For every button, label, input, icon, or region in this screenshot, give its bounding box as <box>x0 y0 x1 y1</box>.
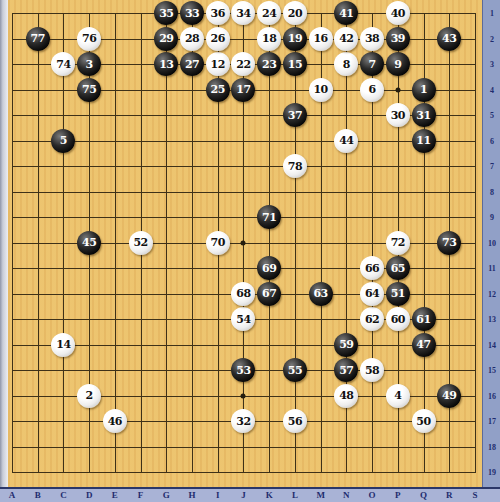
stone-move-number: 52 <box>133 236 147 249</box>
left-edge-strip <box>0 0 8 487</box>
stone-move-number: 9 <box>394 58 401 71</box>
column-label-D: D <box>86 490 93 501</box>
stone-move-number: 39 <box>391 32 405 45</box>
stone-move-number: 12 <box>211 58 225 71</box>
stone-white-60: 60 <box>386 307 410 331</box>
stone-move-number: 44 <box>339 134 353 147</box>
column-label-C: C <box>60 490 67 501</box>
stone-move-number: 8 <box>343 58 350 71</box>
stone-move-number: 23 <box>262 58 276 71</box>
column-label-F: F <box>138 490 144 501</box>
stone-white-44: 44 <box>334 129 358 153</box>
stone-move-number: 50 <box>416 415 430 428</box>
stone-black-37: 37 <box>283 103 307 127</box>
stone-move-number: 16 <box>313 32 327 45</box>
stone-white-48: 48 <box>334 384 358 408</box>
stone-move-number: 15 <box>288 58 302 71</box>
stone-white-56: 56 <box>283 409 307 433</box>
stone-move-number: 78 <box>288 160 302 173</box>
stone-move-number: 7 <box>369 58 376 71</box>
stone-black-49: 49 <box>437 384 461 408</box>
stone-move-number: 70 <box>211 236 225 249</box>
stone-move-number: 32 <box>236 415 250 428</box>
star-point <box>395 87 400 92</box>
column-label-B: B <box>35 490 41 501</box>
stone-move-number: 47 <box>416 338 430 351</box>
stone-white-14: 14 <box>51 333 75 357</box>
stone-black-71: 71 <box>257 205 281 229</box>
stone-white-50: 50 <box>412 409 436 433</box>
stone-move-number: 53 <box>236 364 250 377</box>
stone-white-24: 24 <box>257 1 281 25</box>
stone-move-number: 34 <box>236 7 250 20</box>
stone-move-number: 30 <box>391 109 405 122</box>
column-label-A: A <box>9 490 16 501</box>
row-label-5: 5 <box>490 111 494 120</box>
stone-white-72: 72 <box>386 231 410 255</box>
stone-black-77: 77 <box>26 27 50 51</box>
stone-white-18: 18 <box>257 27 281 51</box>
stone-move-number: 57 <box>339 364 353 377</box>
stone-move-number: 33 <box>185 7 199 20</box>
stone-move-number: 6 <box>369 83 376 96</box>
stone-move-number: 20 <box>288 7 302 20</box>
column-label-Q: Q <box>420 490 427 501</box>
row-label-15: 15 <box>488 366 496 375</box>
stone-white-34: 34 <box>231 1 255 25</box>
stone-black-47: 47 <box>412 333 436 357</box>
row-label-13: 13 <box>488 315 496 324</box>
column-label-K: K <box>266 490 273 501</box>
stone-black-67: 67 <box>257 282 281 306</box>
stone-move-number: 72 <box>391 236 405 249</box>
stone-move-number: 10 <box>313 83 327 96</box>
stone-white-4: 4 <box>386 384 410 408</box>
stone-move-number: 62 <box>365 313 379 326</box>
stone-move-number: 24 <box>262 7 276 20</box>
stone-white-66: 66 <box>360 256 384 280</box>
column-label-L: L <box>292 490 298 501</box>
grid-line-horizontal <box>12 447 476 448</box>
stone-black-13: 13 <box>154 52 178 76</box>
column-label-J: J <box>241 490 246 501</box>
stone-move-number: 67 <box>262 287 276 300</box>
column-label-I: I <box>216 490 220 501</box>
stone-white-74: 74 <box>51 52 75 76</box>
stone-move-number: 58 <box>365 364 379 377</box>
stone-white-20: 20 <box>283 1 307 25</box>
stone-move-number: 19 <box>288 32 302 45</box>
stone-move-number: 61 <box>416 313 430 326</box>
stone-white-10: 10 <box>309 78 333 102</box>
stone-black-9: 9 <box>386 52 410 76</box>
stone-white-68: 68 <box>231 282 255 306</box>
stone-move-number: 55 <box>288 364 302 377</box>
stone-white-40: 40 <box>386 1 410 25</box>
row-label-14: 14 <box>488 340 496 349</box>
star-point <box>241 393 246 398</box>
stone-move-number: 25 <box>211 83 225 96</box>
stone-white-54: 54 <box>231 307 255 331</box>
stone-black-63: 63 <box>309 282 333 306</box>
stone-white-38: 38 <box>360 27 384 51</box>
stone-move-number: 27 <box>185 58 199 71</box>
stone-move-number: 59 <box>339 338 353 351</box>
row-label-6: 6 <box>490 136 494 145</box>
column-label-S: S <box>472 490 477 501</box>
stone-white-28: 28 <box>180 27 204 51</box>
stone-black-39: 39 <box>386 27 410 51</box>
stone-move-number: 29 <box>159 32 173 45</box>
stone-black-57: 57 <box>334 358 358 382</box>
row-label-18: 18 <box>488 442 496 451</box>
stone-black-35: 35 <box>154 1 178 25</box>
stone-move-number: 36 <box>211 7 225 20</box>
stone-white-76: 76 <box>77 27 101 51</box>
row-label-1: 1 <box>490 9 494 18</box>
column-label-E: E <box>112 490 118 501</box>
stone-move-number: 5 <box>60 134 67 147</box>
stone-move-number: 64 <box>365 287 379 300</box>
stone-black-3: 3 <box>77 52 101 76</box>
stone-black-61: 61 <box>412 307 436 331</box>
stone-white-42: 42 <box>334 27 358 51</box>
row-label-7: 7 <box>490 162 494 171</box>
stone-white-36: 36 <box>206 1 230 25</box>
stone-black-17: 17 <box>231 78 255 102</box>
stone-black-65: 65 <box>386 256 410 280</box>
stone-move-number: 75 <box>82 83 96 96</box>
stone-move-number: 69 <box>262 262 276 275</box>
stone-move-number: 60 <box>391 313 405 326</box>
column-label-H: H <box>189 490 196 501</box>
stone-move-number: 17 <box>236 83 250 96</box>
star-point <box>241 240 246 245</box>
stone-white-58: 58 <box>360 358 384 382</box>
stone-move-number: 37 <box>288 109 302 122</box>
column-label-O: O <box>369 490 376 501</box>
stone-black-29: 29 <box>154 27 178 51</box>
stone-move-number: 31 <box>416 109 430 122</box>
stone-move-number: 35 <box>159 7 173 20</box>
stone-black-1: 1 <box>412 78 436 102</box>
column-label-P: P <box>395 490 401 501</box>
stone-black-45: 45 <box>77 231 101 255</box>
stone-white-62: 62 <box>360 307 384 331</box>
stone-white-32: 32 <box>231 409 255 433</box>
stone-white-78: 78 <box>283 154 307 178</box>
stone-black-69: 69 <box>257 256 281 280</box>
stone-move-number: 66 <box>365 262 379 275</box>
row-label-4: 4 <box>490 85 494 94</box>
stone-black-23: 23 <box>257 52 281 76</box>
grid-line-horizontal <box>12 345 476 346</box>
stone-black-73: 73 <box>437 231 461 255</box>
go-board: 1234567891011121314151617181920222324252… <box>0 0 500 502</box>
stone-black-41: 41 <box>334 1 358 25</box>
stone-move-number: 41 <box>339 7 353 20</box>
stone-white-16: 16 <box>309 27 333 51</box>
row-label-16: 16 <box>488 391 496 400</box>
stone-move-number: 56 <box>288 415 302 428</box>
row-label-19: 19 <box>488 468 496 477</box>
stone-white-6: 6 <box>360 78 384 102</box>
stone-white-22: 22 <box>231 52 255 76</box>
row-label-10: 10 <box>488 238 496 247</box>
stone-move-number: 1 <box>420 83 427 96</box>
stone-move-number: 45 <box>82 236 96 249</box>
stone-white-2: 2 <box>77 384 101 408</box>
grid-line-vertical <box>269 13 270 473</box>
stone-move-number: 4 <box>394 389 401 402</box>
stone-black-53: 53 <box>231 358 255 382</box>
stone-move-number: 63 <box>313 287 327 300</box>
row-label-17: 17 <box>488 417 496 426</box>
go-kifu-diagram: 1234567891011121314151617181920222324252… <box>0 0 500 502</box>
row-label-12: 12 <box>488 289 496 298</box>
column-label-G: G <box>163 490 170 501</box>
stone-move-number: 22 <box>236 58 250 71</box>
stone-move-number: 40 <box>391 7 405 20</box>
stone-black-27: 27 <box>180 52 204 76</box>
stone-black-33: 33 <box>180 1 204 25</box>
stone-move-number: 49 <box>442 389 456 402</box>
row-label-8: 8 <box>490 187 494 196</box>
stone-move-number: 18 <box>262 32 276 45</box>
stone-move-number: 54 <box>236 313 250 326</box>
stone-move-number: 76 <box>82 32 96 45</box>
stone-white-12: 12 <box>206 52 230 76</box>
grid-line-vertical <box>295 13 296 473</box>
stone-white-26: 26 <box>206 27 230 51</box>
stone-black-19: 19 <box>283 27 307 51</box>
grid-line-horizontal <box>12 472 476 473</box>
stone-move-number: 71 <box>262 211 276 224</box>
stone-move-number: 3 <box>86 58 93 71</box>
row-label-9: 9 <box>490 213 494 222</box>
grid-line-vertical <box>475 13 476 473</box>
stone-white-30: 30 <box>386 103 410 127</box>
stone-move-number: 46 <box>108 415 122 428</box>
bottom-coordinate-strip: ABCDEFGHIJKLMNOPQRS <box>0 487 500 502</box>
column-label-M: M <box>316 490 325 501</box>
stone-black-25: 25 <box>206 78 230 102</box>
stone-black-15: 15 <box>283 52 307 76</box>
stone-black-43: 43 <box>437 27 461 51</box>
stone-move-number: 26 <box>211 32 225 45</box>
stone-move-number: 38 <box>365 32 379 45</box>
stone-white-52: 52 <box>129 231 153 255</box>
stone-move-number: 42 <box>339 32 353 45</box>
right-coordinate-strip: 12345678910111213141516171819 <box>482 0 500 487</box>
stone-black-7: 7 <box>360 52 384 76</box>
stone-black-51: 51 <box>386 282 410 306</box>
stone-move-number: 74 <box>56 58 70 71</box>
column-label-N: N <box>343 490 350 501</box>
stone-move-number: 11 <box>416 134 430 147</box>
stone-move-number: 14 <box>56 338 70 351</box>
stone-move-number: 2 <box>86 389 93 402</box>
stone-black-59: 59 <box>334 333 358 357</box>
stone-move-number: 13 <box>159 58 173 71</box>
stone-white-64: 64 <box>360 282 384 306</box>
stone-white-70: 70 <box>206 231 230 255</box>
stone-move-number: 51 <box>391 287 405 300</box>
stone-move-number: 65 <box>391 262 405 275</box>
stone-black-31: 31 <box>412 103 436 127</box>
stone-move-number: 43 <box>442 32 456 45</box>
row-label-3: 3 <box>490 60 494 69</box>
stone-black-55: 55 <box>283 358 307 382</box>
stone-white-8: 8 <box>334 52 358 76</box>
stone-black-75: 75 <box>77 78 101 102</box>
stone-black-5: 5 <box>51 129 75 153</box>
stone-black-11: 11 <box>412 129 436 153</box>
row-label-11: 11 <box>488 264 496 273</box>
stone-move-number: 77 <box>31 32 45 45</box>
stone-move-number: 48 <box>339 389 353 402</box>
row-label-2: 2 <box>490 34 494 43</box>
stone-move-number: 28 <box>185 32 199 45</box>
stone-white-46: 46 <box>103 409 127 433</box>
stone-move-number: 73 <box>442 236 456 249</box>
stone-move-number: 68 <box>236 287 250 300</box>
column-label-R: R <box>446 490 453 501</box>
